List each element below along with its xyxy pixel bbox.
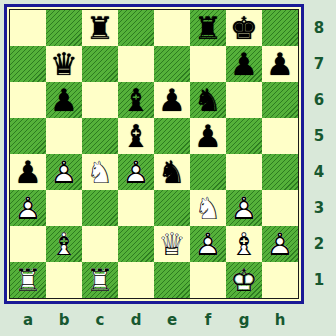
black-pawn-icon[interactable]: ♟ (190, 118, 226, 154)
white-knight-icon[interactable]: ♞♘ (190, 190, 226, 226)
rank-label-8: 8 (304, 10, 334, 46)
square-a5[interactable] (10, 118, 46, 154)
square-h2[interactable]: ♟♙ (262, 226, 298, 262)
square-h4[interactable] (262, 154, 298, 190)
square-b1[interactable] (46, 262, 82, 298)
square-c2[interactable] (82, 226, 118, 262)
square-b4[interactable]: ♟♙ (46, 154, 82, 190)
square-f6[interactable]: ♞ (190, 82, 226, 118)
square-h8[interactable] (262, 10, 298, 46)
square-d4[interactable]: ♟♙ (118, 154, 154, 190)
black-pawn-icon[interactable]: ♟ (154, 82, 190, 118)
rank-label-6: 6 (304, 82, 334, 118)
square-b3[interactable] (46, 190, 82, 226)
square-b6[interactable]: ♟ (46, 82, 82, 118)
file-label-g: g (226, 304, 262, 336)
square-b7[interactable]: ♛ (46, 46, 82, 82)
white-knight-icon[interactable]: ♞♘ (82, 154, 118, 190)
square-e5[interactable] (154, 118, 190, 154)
square-h6[interactable] (262, 82, 298, 118)
rank-label-7: 7 (304, 46, 334, 82)
square-e1[interactable] (154, 262, 190, 298)
square-b8[interactable] (46, 10, 82, 46)
white-bishop-icon[interactable]: ♝♗ (46, 226, 82, 262)
black-rook-icon[interactable]: ♜ (82, 10, 118, 46)
square-f7[interactable] (190, 46, 226, 82)
file-label-d: d (118, 304, 154, 336)
white-bishop-icon[interactable]: ♝♗ (226, 226, 262, 262)
square-d2[interactable] (118, 226, 154, 262)
white-pawn-icon[interactable]: ♟♙ (46, 154, 82, 190)
white-rook-icon[interactable]: ♜♖ (82, 262, 118, 298)
square-g7[interactable]: ♟ (226, 46, 262, 82)
square-b5[interactable] (46, 118, 82, 154)
black-king-icon[interactable]: ♚ (226, 10, 262, 46)
white-pawn-icon[interactable]: ♟♙ (190, 226, 226, 262)
white-king-icon[interactable]: ♚♔ (226, 262, 262, 298)
square-a3[interactable]: ♟♙ (10, 190, 46, 226)
black-bishop-icon[interactable]: ♝ (118, 82, 154, 118)
square-g2[interactable]: ♝♗ (226, 226, 262, 262)
square-a6[interactable] (10, 82, 46, 118)
black-pawn-icon[interactable]: ♟ (226, 46, 262, 82)
square-d3[interactable] (118, 190, 154, 226)
square-d8[interactable] (118, 10, 154, 46)
file-label-a: a (10, 304, 46, 336)
square-d7[interactable] (118, 46, 154, 82)
square-d6[interactable]: ♝ (118, 82, 154, 118)
file-label-f: f (190, 304, 226, 336)
square-f4[interactable] (190, 154, 226, 190)
black-bishop-icon[interactable]: ♝ (118, 118, 154, 154)
square-h5[interactable] (262, 118, 298, 154)
square-g3[interactable]: ♟♙ (226, 190, 262, 226)
chess-board: ♜♜♚♛♟♟♟♝♟♞♝♟♟♟♙♞♘♟♙♞♟♙♞♘♟♙♝♗♛♕♟♙♝♗♟♙♜♖♜♖… (9, 9, 299, 299)
square-h7[interactable]: ♟ (262, 46, 298, 82)
square-c4[interactable]: ♞♘ (82, 154, 118, 190)
square-c3[interactable] (82, 190, 118, 226)
square-g1[interactable]: ♚♔ (226, 262, 262, 298)
rank-label-2: 2 (304, 226, 334, 262)
square-e7[interactable] (154, 46, 190, 82)
white-pawn-icon[interactable]: ♟♙ (262, 226, 298, 262)
square-c8[interactable]: ♜ (82, 10, 118, 46)
rank-label-5: 5 (304, 118, 334, 154)
rank-label-4: 4 (304, 154, 334, 190)
white-pawn-icon[interactable]: ♟♙ (118, 154, 154, 190)
square-e4[interactable]: ♞ (154, 154, 190, 190)
square-h1[interactable] (262, 262, 298, 298)
square-c5[interactable] (82, 118, 118, 154)
file-label-c: c (82, 304, 118, 336)
black-pawn-icon[interactable]: ♟ (10, 154, 46, 190)
black-pawn-icon[interactable]: ♟ (262, 46, 298, 82)
white-pawn-icon[interactable]: ♟♙ (10, 190, 46, 226)
square-a4[interactable]: ♟ (10, 154, 46, 190)
square-g4[interactable] (226, 154, 262, 190)
chess-diagram: ♜♜♚♛♟♟♟♝♟♞♝♟♟♟♙♞♘♟♙♞♟♙♞♘♟♙♝♗♛♕♟♙♝♗♟♙♜♖♜♖… (0, 0, 336, 336)
file-label-e: e (154, 304, 190, 336)
square-b2[interactable]: ♝♗ (46, 226, 82, 262)
square-a8[interactable] (10, 10, 46, 46)
chess-board-frame: ♜♜♚♛♟♟♟♝♟♞♝♟♟♟♙♞♘♟♙♞♟♙♞♘♟♙♝♗♛♕♟♙♝♗♟♙♜♖♜♖… (4, 4, 304, 304)
square-a1[interactable]: ♜♖ (10, 262, 46, 298)
square-c1[interactable]: ♜♖ (82, 262, 118, 298)
square-f5[interactable]: ♟ (190, 118, 226, 154)
black-knight-icon[interactable]: ♞ (190, 82, 226, 118)
square-e3[interactable] (154, 190, 190, 226)
file-label-h: h (262, 304, 298, 336)
square-g6[interactable] (226, 82, 262, 118)
square-g5[interactable] (226, 118, 262, 154)
rank-label-3: 3 (304, 190, 334, 226)
square-c6[interactable] (82, 82, 118, 118)
square-f1[interactable] (190, 262, 226, 298)
square-h3[interactable] (262, 190, 298, 226)
black-queen-icon[interactable]: ♛ (46, 46, 82, 82)
square-f3[interactable]: ♞♘ (190, 190, 226, 226)
rank-labels: 87654321 (304, 10, 334, 298)
black-rook-icon[interactable]: ♜ (190, 10, 226, 46)
square-a2[interactable] (10, 226, 46, 262)
rank-label-1: 1 (304, 262, 334, 298)
white-pawn-icon[interactable]: ♟♙ (226, 190, 262, 226)
square-g8[interactable]: ♚ (226, 10, 262, 46)
square-e8[interactable] (154, 10, 190, 46)
file-labels: abcdefgh (10, 304, 298, 336)
square-f2[interactable]: ♟♙ (190, 226, 226, 262)
square-e2[interactable]: ♛♕ (154, 226, 190, 262)
black-knight-icon[interactable]: ♞ (154, 154, 190, 190)
file-label-b: b (46, 304, 82, 336)
square-d5[interactable]: ♝ (118, 118, 154, 154)
black-pawn-icon[interactable]: ♟ (46, 82, 82, 118)
square-e6[interactable]: ♟ (154, 82, 190, 118)
square-c7[interactable] (82, 46, 118, 82)
white-queen-icon[interactable]: ♛♕ (154, 226, 190, 262)
square-d1[interactable] (118, 262, 154, 298)
square-f8[interactable]: ♜ (190, 10, 226, 46)
white-rook-icon[interactable]: ♜♖ (10, 262, 46, 298)
square-a7[interactable] (10, 46, 46, 82)
